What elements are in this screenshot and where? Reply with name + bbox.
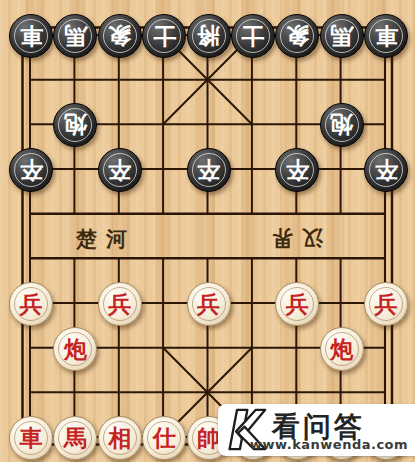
piece-black-elephant[interactable]: 象 — [275, 14, 319, 58]
piece-glyph: 車 — [20, 15, 43, 57]
piece-black-horse[interactable]: 馬 — [53, 14, 97, 58]
piece-glyph: 相 — [108, 417, 131, 459]
piece-black-general[interactable]: 將 — [187, 14, 231, 58]
piece-black-elephant[interactable]: 象 — [98, 14, 142, 58]
piece-glyph: 士 — [153, 15, 176, 57]
piece-black-soldier[interactable]: 卒 — [187, 148, 231, 192]
piece-black-horse[interactable]: 馬 — [320, 14, 364, 58]
piece-glyph: 馬 — [330, 15, 353, 57]
piece-red-horse[interactable]: 馬 — [53, 416, 97, 460]
piece-red-soldier[interactable]: 兵 — [364, 282, 408, 326]
watermark-url[interactable]: www.kanwenda.com — [250, 437, 408, 452]
piece-red-cannon[interactable]: 炮 — [320, 327, 364, 371]
piece-red-chariot[interactable]: 車 — [9, 416, 53, 460]
piece-glyph: 車 — [375, 15, 398, 57]
piece-glyph: 炮 — [64, 104, 87, 146]
piece-glyph: 象 — [286, 15, 309, 57]
piece-black-cannon[interactable]: 炮 — [320, 103, 364, 147]
piece-black-soldier[interactable]: 卒 — [98, 148, 142, 192]
piece-glyph: 將 — [197, 15, 220, 57]
piece-glyph: 兵 — [197, 283, 220, 325]
piece-red-soldier[interactable]: 兵 — [9, 282, 53, 326]
piece-glyph: 卒 — [375, 149, 398, 191]
piece-black-soldier[interactable]: 卒 — [275, 148, 319, 192]
xiangqi-board-screenshot: 楚河 汉界 車馬象士將士象馬車炮炮卒卒卒卒卒兵兵兵兵兵炮炮車馬相仕帥仕相馬車 看… — [0, 0, 415, 462]
piece-black-chariot[interactable]: 車 — [9, 14, 53, 58]
piece-glyph: 仕 — [153, 417, 176, 459]
piece-glyph: 炮 — [330, 328, 353, 370]
piece-glyph: 兵 — [20, 283, 43, 325]
piece-black-advisor[interactable]: 士 — [142, 14, 186, 58]
piece-black-soldier[interactable]: 卒 — [364, 148, 408, 192]
pieces-layer: 車馬象士將士象馬車炮炮卒卒卒卒卒兵兵兵兵兵炮炮車馬相仕帥仕相馬車 — [0, 0, 415, 462]
piece-red-elephant[interactable]: 相 — [98, 416, 142, 460]
piece-glyph: 車 — [20, 417, 43, 459]
piece-glyph: 士 — [241, 15, 264, 57]
piece-red-cannon[interactable]: 炮 — [53, 327, 97, 371]
piece-glyph: 馬 — [64, 15, 87, 57]
piece-black-advisor[interactable]: 士 — [231, 14, 275, 58]
piece-glyph: 帥 — [197, 417, 220, 459]
piece-black-cannon[interactable]: 炮 — [53, 103, 97, 147]
piece-glyph: 卒 — [286, 149, 309, 191]
piece-glyph: 炮 — [330, 104, 353, 146]
piece-red-soldier[interactable]: 兵 — [187, 282, 231, 326]
piece-red-soldier[interactable]: 兵 — [275, 282, 319, 326]
piece-glyph: 兵 — [286, 283, 309, 325]
piece-black-chariot[interactable]: 車 — [364, 14, 408, 58]
piece-red-soldier[interactable]: 兵 — [98, 282, 142, 326]
piece-glyph: 象 — [108, 15, 131, 57]
piece-glyph: 卒 — [197, 149, 220, 191]
piece-glyph: 卒 — [108, 149, 131, 191]
piece-glyph: 卒 — [20, 149, 43, 191]
piece-glyph: 兵 — [108, 283, 131, 325]
piece-glyph: 馬 — [64, 417, 87, 459]
kanwenda-watermark: 看问答 www.kanwenda.com — [218, 404, 415, 456]
piece-glyph: 炮 — [64, 328, 87, 370]
piece-red-advisor[interactable]: 仕 — [142, 416, 186, 460]
piece-glyph: 兵 — [375, 283, 398, 325]
piece-black-soldier[interactable]: 卒 — [9, 148, 53, 192]
